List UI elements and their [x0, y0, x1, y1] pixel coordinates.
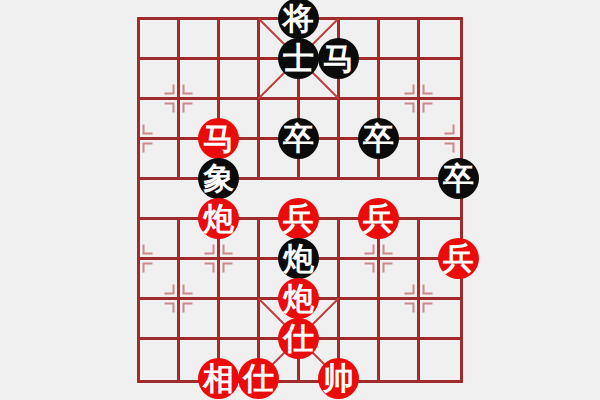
- point-marker: [405, 304, 414, 313]
- piece-red-pawn-3[interactable]: 兵: [438, 238, 479, 279]
- piece-red-general[interactable]: 帅: [318, 358, 359, 399]
- piece-red-elephant[interactable]: 相: [198, 358, 239, 399]
- piece-red-pawn-1[interactable]: 兵: [278, 198, 319, 239]
- point-marker: [384, 264, 393, 273]
- point-marker: [445, 125, 454, 134]
- piece-black-elephant[interactable]: 象: [198, 158, 239, 199]
- point-marker: [205, 245, 214, 254]
- point-marker: [424, 85, 433, 94]
- point-marker: [144, 245, 153, 254]
- point-marker: [205, 264, 214, 273]
- piece-black-pawn-2[interactable]: 卒: [358, 118, 399, 159]
- point-marker: [405, 285, 414, 294]
- point-marker: [184, 85, 193, 94]
- point-marker: [165, 85, 174, 94]
- piece-red-advisor-2[interactable]: 仕: [238, 358, 279, 399]
- point-marker: [365, 264, 374, 273]
- point-marker: [144, 264, 153, 273]
- point-marker: [184, 304, 193, 313]
- xiangqi-board[interactable]: 将士马马卒卒象卒炮兵兵炮兵炮仕相仕帅: [137, 17, 463, 383]
- point-marker: [424, 304, 433, 313]
- piece-red-cannon-1[interactable]: 炮: [198, 198, 239, 239]
- piece-red-pawn-2[interactable]: 兵: [358, 198, 399, 239]
- stage: 将士马马卒卒象卒炮兵兵炮兵炮仕相仕帅: [0, 0, 600, 400]
- point-marker: [384, 245, 393, 254]
- point-marker: [405, 85, 414, 94]
- point-marker: [365, 245, 374, 254]
- piece-red-horse[interactable]: 马: [198, 118, 239, 159]
- point-marker: [184, 104, 193, 113]
- piece-red-advisor-1[interactable]: 仕: [278, 318, 319, 359]
- point-marker: [165, 285, 174, 294]
- piece-black-cannon[interactable]: 炮: [278, 238, 319, 279]
- point-marker: [424, 285, 433, 294]
- point-marker: [224, 264, 233, 273]
- point-marker: [405, 104, 414, 113]
- point-marker: [144, 144, 153, 153]
- point-marker: [224, 245, 233, 254]
- piece-black-pawn-1[interactable]: 卒: [278, 118, 319, 159]
- point-marker: [165, 104, 174, 113]
- point-marker: [445, 144, 454, 153]
- piece-black-pawn-3[interactable]: 卒: [438, 158, 479, 199]
- piece-black-horse[interactable]: 马: [318, 38, 359, 79]
- point-marker: [184, 285, 193, 294]
- piece-black-general[interactable]: 将: [278, 0, 319, 39]
- point-marker: [165, 304, 174, 313]
- piece-red-cannon-2[interactable]: 炮: [278, 278, 319, 319]
- piece-black-advisor[interactable]: 士: [278, 38, 319, 79]
- point-marker: [144, 125, 153, 134]
- point-marker: [424, 104, 433, 113]
